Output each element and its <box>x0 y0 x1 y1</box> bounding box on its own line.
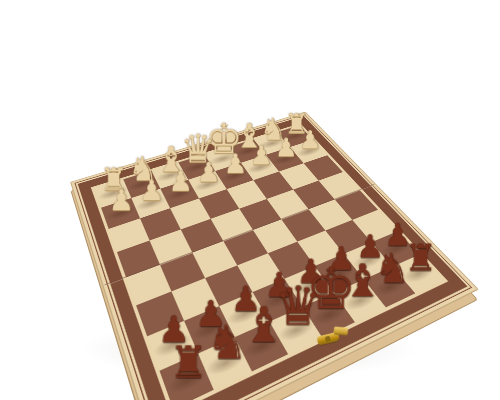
chess-set-photo: ♜♞♝♛♚♝♞♜♟♟♟♟♟♟♟♟♟♟♟♟♟♟♟♟♜♞♝♛♚♝♞♜ <box>0 0 500 400</box>
board-surface: ♜♞♝♛♚♝♞♜♟♟♟♟♟♟♟♟♟♟♟♟♟♟♟♟♜♞♝♛♚♝♞♜ <box>70 112 479 400</box>
black-rook: ♜ <box>147 340 229 384</box>
clasp-hook-icon <box>334 326 349 335</box>
folding-chess-board: ♜♞♝♛♚♝♞♜♟♟♟♟♟♟♟♟♟♟♟♟♟♟♟♟♜♞♝♛♚♝♞♜ <box>70 112 479 400</box>
